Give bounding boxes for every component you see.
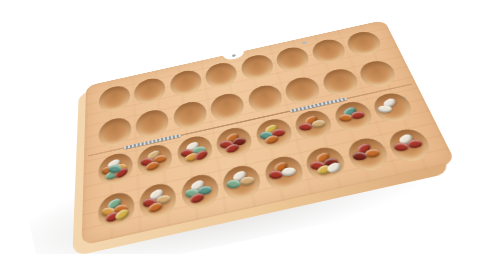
pit-r4c1[interactable]: [98, 189, 135, 231]
pit-r2c2[interactable]: [135, 107, 169, 141]
pit-r4c2[interactable]: [139, 180, 178, 221]
pit-r3c5[interactable]: [254, 116, 295, 152]
stone-red: [350, 110, 366, 120]
pit-r1c7[interactable]: [309, 37, 348, 66]
pit-r3c1[interactable]: [98, 150, 133, 188]
pit-r4c5[interactable]: [262, 153, 306, 193]
pit-r2c6[interactable]: [283, 75, 323, 107]
pit-r2c4[interactable]: [209, 91, 246, 124]
pit-r3c6[interactable]: [292, 107, 335, 143]
pit-r2c1[interactable]: [98, 115, 131, 149]
pit-r2c7[interactable]: [320, 66, 362, 98]
pit-r2c3[interactable]: [172, 99, 208, 132]
stone-white: [378, 105, 392, 112]
pit-r3c3[interactable]: [176, 133, 214, 170]
mancala-board: [82, 20, 456, 246]
product-photo: [0, 0, 500, 254]
pit-r4c6[interactable]: [303, 144, 349, 183]
notch-pin-icon: [232, 54, 236, 57]
pit-r1c1[interactable]: [99, 84, 130, 115]
pit-r4c8[interactable]: [385, 126, 435, 165]
pit-r1c4[interactable]: [204, 60, 239, 90]
pit-r4c4[interactable]: [221, 162, 263, 202]
pit-r4c3[interactable]: [180, 171, 220, 212]
pit-r1c2[interactable]: [134, 76, 167, 107]
pit-r4c7[interactable]: [344, 135, 392, 174]
pit-r1c8[interactable]: [344, 29, 385, 58]
pit-r3c4[interactable]: [215, 125, 255, 161]
pit-r3c7[interactable]: [331, 99, 376, 134]
pit-r1c3[interactable]: [169, 68, 203, 99]
pit-r3c2[interactable]: [137, 142, 173, 179]
pit-r1c6[interactable]: [274, 45, 312, 75]
pit-r2c5[interactable]: [246, 83, 285, 116]
pit-r2c8[interactable]: [356, 58, 399, 90]
pit-r3c8[interactable]: [370, 90, 416, 125]
pit-r1c5[interactable]: [239, 53, 276, 83]
